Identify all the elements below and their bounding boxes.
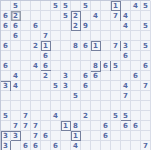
cell-r7-c15[interactable]: 6: [141, 61, 151, 71]
cell-r2-c3[interactable]: [21, 11, 31, 21]
cell-r8-c12[interactable]: [111, 71, 121, 81]
cell-r13-c7[interactable]: 1: [61, 121, 71, 131]
cell-r13-c11[interactable]: 6: [101, 121, 111, 131]
cell-r9-c12[interactable]: [111, 81, 121, 91]
cell-r2-c1[interactable]: 6: [1, 11, 11, 21]
cell-r1-c13[interactable]: [121, 1, 131, 11]
cell-r15-c15[interactable]: 7: [141, 141, 151, 150]
cell-r12-c6[interactable]: 4: [51, 111, 61, 121]
cell-r13-c3[interactable]: 7: [21, 121, 31, 131]
cell-r7-c1[interactable]: 6: [1, 61, 11, 71]
cell-r4-c1[interactable]: [1, 31, 11, 41]
cell-r7-c3[interactable]: [21, 61, 31, 71]
cell-r1-c11[interactable]: [101, 1, 111, 11]
cell-r4-c15[interactable]: [141, 31, 151, 41]
cell-r4-c7[interactable]: [61, 31, 71, 41]
cell-r11-c8[interactable]: [71, 101, 81, 111]
cell-r6-c6[interactable]: [51, 51, 61, 61]
cell-r14-c2[interactable]: 3: [11, 131, 21, 141]
cell-r11-c9[interactable]: [81, 101, 91, 111]
cell-r1-c6[interactable]: 5: [51, 1, 61, 11]
cell-r14-c9[interactable]: [81, 131, 91, 141]
cell-r8-c13[interactable]: [121, 71, 131, 81]
cell-r11-c6[interactable]: [51, 101, 61, 111]
cell-r5-c10[interactable]: 1: [91, 41, 101, 51]
cell-r15-c10[interactable]: [91, 141, 101, 150]
cell-r5-c6[interactable]: [51, 41, 61, 51]
cell-r13-c15[interactable]: [141, 121, 151, 131]
cell-r4-c12[interactable]: [111, 31, 121, 41]
cell-r13-c2[interactable]: 7: [11, 121, 21, 131]
cell-r3-c15[interactable]: 5: [141, 21, 151, 31]
cell-r9-c8[interactable]: [71, 81, 81, 91]
cell-r7-c13[interactable]: [121, 61, 131, 71]
cell-r1-c4[interactable]: [31, 1, 41, 11]
cell-r6-c5[interactable]: 6: [41, 51, 51, 61]
cell-r15-c1[interactable]: 3: [1, 141, 11, 150]
cell-r9-c14[interactable]: [131, 81, 141, 91]
cell-r9-c7[interactable]: 3: [61, 81, 71, 91]
cell-r3-c2[interactable]: 6: [11, 21, 21, 31]
cell-r4-c14[interactable]: [131, 31, 141, 41]
cell-r10-c2[interactable]: [11, 91, 21, 101]
cell-r5-c8[interactable]: 8: [71, 41, 81, 51]
cell-r3-c8[interactable]: 2: [71, 21, 81, 31]
cell-r10-c12[interactable]: [111, 91, 121, 101]
cell-r12-c2[interactable]: [11, 111, 21, 121]
cell-r12-c4[interactable]: [31, 111, 41, 121]
cell-r1-c8[interactable]: [71, 1, 81, 11]
cell-r3-c3[interactable]: [21, 21, 31, 31]
cell-r6-c14[interactable]: [131, 51, 141, 61]
cell-r5-c12[interactable]: 7: [111, 41, 121, 51]
cell-r7-c14[interactable]: [131, 61, 141, 71]
cell-r12-c13[interactable]: 5: [121, 111, 131, 121]
cell-r5-c5[interactable]: 1: [41, 41, 51, 51]
cell-r11-c2[interactable]: [11, 101, 21, 111]
cell-r9-c15[interactable]: 7: [141, 81, 151, 91]
cell-r10-c1[interactable]: [1, 91, 11, 101]
cell-r15-c9[interactable]: [81, 141, 91, 150]
cell-r11-c5[interactable]: [41, 101, 51, 111]
cell-r5-c4[interactable]: 2: [31, 41, 41, 51]
cell-r15-c11[interactable]: [101, 141, 111, 150]
cell-r1-c3[interactable]: [21, 1, 31, 11]
cell-r8-c9[interactable]: 6: [81, 71, 91, 81]
cell-r1-c1[interactable]: [1, 1, 11, 11]
cell-r2-c14[interactable]: [131, 11, 141, 21]
cell-r4-c13[interactable]: [121, 31, 131, 41]
cell-r8-c8[interactable]: [71, 71, 81, 81]
cell-r13-c12[interactable]: [111, 121, 121, 131]
cell-r7-c10[interactable]: 8: [91, 61, 101, 71]
cell-r9-c10[interactable]: [91, 81, 101, 91]
cell-r6-c3[interactable]: [21, 51, 31, 61]
cell-r15-c6[interactable]: 6: [51, 141, 61, 150]
cell-r10-c9[interactable]: [81, 91, 91, 101]
cell-r4-c6[interactable]: [51, 31, 61, 41]
cell-r4-c4[interactable]: [31, 31, 41, 41]
cell-r15-c13[interactable]: [121, 141, 131, 150]
cell-r8-c1[interactable]: [1, 71, 11, 81]
cell-r14-c1[interactable]: 3: [1, 131, 11, 141]
cell-r7-c5[interactable]: 6: [41, 61, 51, 71]
cell-r10-c15[interactable]: [141, 91, 151, 101]
cell-r3-c4[interactable]: 6: [31, 21, 41, 31]
cell-r9-c2[interactable]: 4: [11, 81, 21, 91]
cell-r13-c14[interactable]: 6: [131, 121, 141, 131]
cell-r2-c13[interactable]: 4: [121, 11, 131, 21]
cell-r5-c14[interactable]: [131, 41, 141, 51]
cell-r8-c10[interactable]: 6: [91, 71, 101, 81]
cell-r4-c11[interactable]: [101, 31, 111, 41]
cell-r4-c2[interactable]: 6: [11, 31, 21, 41]
cell-r10-c3[interactable]: [21, 91, 31, 101]
cell-r11-c12[interactable]: [111, 101, 121, 111]
cell-r12-c10[interactable]: [91, 111, 101, 121]
cell-r10-c11[interactable]: [101, 91, 111, 101]
cell-r12-c3[interactable]: 7: [21, 111, 31, 121]
cell-r15-c12[interactable]: [111, 141, 121, 150]
cell-r12-c9[interactable]: 2: [81, 111, 91, 121]
cell-r3-c13[interactable]: 4: [121, 21, 131, 31]
cell-r10-c10[interactable]: [91, 91, 101, 101]
cell-r4-c8[interactable]: [71, 31, 81, 41]
cell-r8-c6[interactable]: [51, 71, 61, 81]
cell-r5-c2[interactable]: [11, 41, 21, 51]
cell-r8-c14[interactable]: 6: [131, 71, 141, 81]
cell-r14-c13[interactable]: [121, 131, 131, 141]
cell-r14-c3[interactable]: [21, 131, 31, 141]
cell-r10-c4[interactable]: [31, 91, 41, 101]
cell-r2-c4[interactable]: [31, 11, 41, 21]
cell-r12-c5[interactable]: [41, 111, 51, 121]
cell-r2-c5[interactable]: [41, 11, 51, 21]
cell-r15-c2[interactable]: [11, 141, 21, 150]
cell-r7-c11[interactable]: 6: [101, 61, 111, 71]
cell-r8-c11[interactable]: [101, 71, 111, 81]
cell-r5-c13[interactable]: 3: [121, 41, 131, 51]
cell-r12-c8[interactable]: [71, 111, 81, 121]
cell-r15-c4[interactable]: 6: [31, 141, 41, 150]
cell-r10-c8[interactable]: 5: [71, 91, 81, 101]
cell-r6-c4[interactable]: [31, 51, 41, 61]
cell-r2-c2[interactable]: 2: [11, 11, 21, 21]
cell-r14-c12[interactable]: [111, 131, 121, 141]
cell-r6-c1[interactable]: [1, 51, 11, 61]
cell-r1-c14[interactable]: 4: [131, 1, 141, 11]
cell-r12-c7[interactable]: [61, 111, 71, 121]
cell-r3-c9[interactable]: 9: [81, 21, 91, 31]
cell-r7-c4[interactable]: 4: [31, 61, 41, 71]
cell-r7-c2[interactable]: [11, 61, 21, 71]
puzzle-screen: 5555145625247466629456762186173566646865…: [0, 0, 150, 150]
cell-r13-c6[interactable]: [51, 121, 61, 131]
cell-r8-c3[interactable]: [21, 71, 31, 81]
cell-r3-c6[interactable]: [51, 21, 61, 31]
cell-r14-c14[interactable]: [131, 131, 141, 141]
cell-r3-c12[interactable]: [111, 21, 121, 31]
cell-r4-c3[interactable]: [21, 31, 31, 41]
cell-r6-c9[interactable]: [81, 51, 91, 61]
cell-r5-c11[interactable]: [101, 41, 111, 51]
cell-r14-c10[interactable]: [91, 131, 101, 141]
cell-r13-c8[interactable]: 8: [71, 121, 81, 131]
cell-r8-c2[interactable]: 4: [11, 71, 21, 81]
cell-r3-c5[interactable]: [41, 21, 51, 31]
cell-r10-c6[interactable]: [51, 91, 61, 101]
cell-r3-c1[interactable]: 6: [1, 21, 11, 31]
cell-r11-c13[interactable]: [121, 101, 131, 111]
cell-r9-c4[interactable]: [31, 81, 41, 91]
cell-r5-c9[interactable]: 6: [81, 41, 91, 51]
cell-r14-c4[interactable]: 7: [31, 131, 41, 141]
cell-r1-c10[interactable]: [91, 1, 101, 11]
cell-r15-c3[interactable]: 6: [21, 141, 31, 150]
cell-r1-c5[interactable]: [41, 1, 51, 11]
cell-r4-c5[interactable]: 7: [41, 31, 51, 41]
cell-r5-c1[interactable]: 6: [1, 41, 11, 51]
cell-r7-c9[interactable]: [81, 61, 91, 71]
cell-r8-c7[interactable]: 3: [61, 71, 71, 81]
cell-r15-c5[interactable]: [41, 141, 51, 150]
cell-r6-c7[interactable]: [61, 51, 71, 61]
cell-r10-c14[interactable]: [131, 91, 141, 101]
cell-r4-c10[interactable]: [91, 31, 101, 41]
cell-r2-c6[interactable]: [51, 11, 61, 21]
cell-r1-c9[interactable]: 5: [81, 1, 91, 11]
board: 5555145625247466629456762186173566646865…: [1, 1, 151, 150]
cell-r12-c1[interactable]: 5: [1, 111, 11, 121]
cell-r14-c11[interactable]: 6: [101, 131, 111, 141]
cell-r13-c5[interactable]: [41, 121, 51, 131]
cell-r15-c8[interactable]: 4: [71, 141, 81, 150]
cell-r6-c2[interactable]: [11, 51, 21, 61]
cell-r6-c11[interactable]: [101, 51, 111, 61]
cell-r9-c13[interactable]: 4: [121, 81, 131, 91]
cell-r3-c14[interactable]: [131, 21, 141, 31]
cell-r4-c9[interactable]: [81, 31, 91, 41]
cell-r9-c6[interactable]: 5: [51, 81, 61, 91]
cell-r7-c12[interactable]: 5: [111, 61, 121, 71]
cell-r11-c11[interactable]: [101, 101, 111, 111]
cell-r9-c3[interactable]: [21, 81, 31, 91]
cell-r14-c8[interactable]: 1: [71, 131, 81, 141]
cell-r5-c15[interactable]: 5: [141, 41, 151, 51]
cell-r9-c5[interactable]: [41, 81, 51, 91]
cell-r1-c2[interactable]: 5: [11, 1, 21, 11]
cell-r1-c7[interactable]: 5: [61, 1, 71, 11]
cell-r12-c15[interactable]: [141, 111, 151, 121]
cell-r11-c10[interactable]: [91, 101, 101, 111]
cell-r11-c3[interactable]: [21, 101, 31, 111]
cell-r2-c12[interactable]: 7: [111, 11, 121, 21]
cell-r13-c10[interactable]: [91, 121, 101, 131]
cell-r7-c7[interactable]: [61, 61, 71, 71]
cell-r10-c13[interactable]: 7: [121, 91, 131, 101]
cell-r7-c8[interactable]: [71, 61, 81, 71]
cell-r6-c8[interactable]: [71, 51, 81, 61]
cell-r15-c14[interactable]: [131, 141, 141, 150]
cell-r2-c7[interactable]: 5: [61, 11, 71, 21]
cell-r11-c15[interactable]: [141, 101, 151, 111]
cell-r1-c12[interactable]: 1: [111, 1, 121, 11]
cell-r2-c15[interactable]: [141, 11, 151, 21]
cell-r10-c7[interactable]: [61, 91, 71, 101]
cell-r8-c15[interactable]: [141, 71, 151, 81]
cell-r11-c4[interactable]: [31, 101, 41, 111]
cell-r2-c11[interactable]: [101, 11, 111, 21]
cell-r3-c11[interactable]: [101, 21, 111, 31]
cell-r1-c15[interactable]: 5: [141, 1, 151, 11]
cell-r6-c15[interactable]: [141, 51, 151, 61]
cell-r6-c10[interactable]: [91, 51, 101, 61]
cell-r13-c13[interactable]: 6: [121, 121, 131, 131]
cell-r14-c15[interactable]: [141, 131, 151, 141]
cell-r9-c11[interactable]: [101, 81, 111, 91]
cell-r13-c1[interactable]: [1, 121, 11, 131]
cell-r2-c10[interactable]: 4: [91, 11, 101, 21]
cell-r15-c7[interactable]: [61, 141, 71, 150]
cell-r11-c7[interactable]: [61, 101, 71, 111]
cell-r5-c3[interactable]: [21, 41, 31, 51]
cell-r6-c13[interactable]: 6: [121, 51, 131, 61]
cell-r14-c7[interactable]: [61, 131, 71, 141]
cell-r13-c4[interactable]: 7: [31, 121, 41, 131]
cell-r9-c9[interactable]: 6: [81, 81, 91, 91]
cell-r3-c10[interactable]: [91, 21, 101, 31]
cell-r12-c11[interactable]: [101, 111, 111, 121]
cell-r2-c9[interactable]: [81, 11, 91, 21]
cell-r14-c5[interactable]: 6: [41, 131, 51, 141]
cell-r6-c12[interactable]: [111, 51, 121, 61]
cell-r3-c7[interactable]: [61, 21, 71, 31]
cell-r12-c12[interactable]: 5: [111, 111, 121, 121]
cell-r5-c7[interactable]: [61, 41, 71, 51]
cell-r11-c14[interactable]: [131, 101, 141, 111]
cell-r13-c9[interactable]: [81, 121, 91, 131]
cell-r11-c1[interactable]: [1, 101, 11, 111]
cell-r8-c5[interactable]: 2: [41, 71, 51, 81]
cell-r12-c14[interactable]: [131, 111, 141, 121]
cell-r7-c6[interactable]: [51, 61, 61, 71]
cell-r14-c6[interactable]: [51, 131, 61, 141]
cell-r9-c1[interactable]: 3: [1, 81, 11, 91]
cell-r2-c8[interactable]: 2: [71, 11, 81, 21]
cell-r8-c4[interactable]: [31, 71, 41, 81]
cell-r10-c5[interactable]: [41, 91, 51, 101]
